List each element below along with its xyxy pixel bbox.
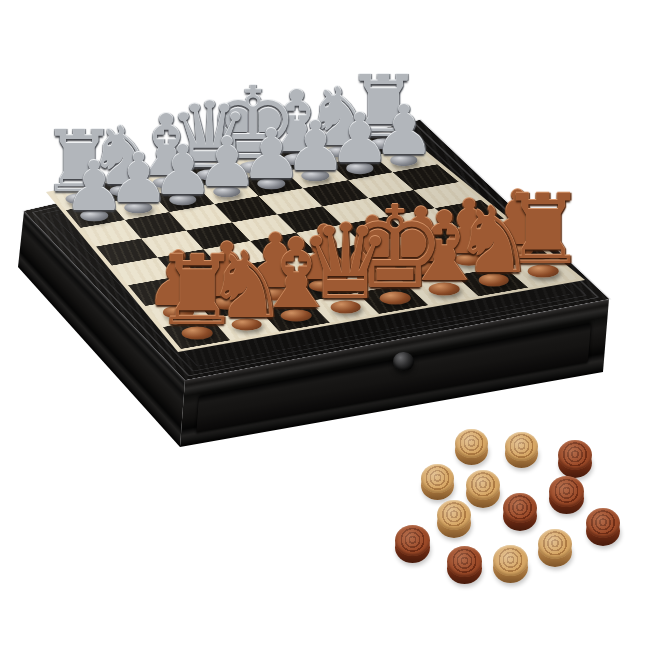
- drawer-knob: [393, 352, 414, 372]
- checker-top: [437, 500, 471, 530]
- checker-light: [421, 464, 454, 500]
- checker-light: [505, 432, 538, 468]
- checker-top: [549, 476, 584, 507]
- checker-top: [455, 429, 488, 458]
- checker-light: [466, 470, 500, 507]
- checker-dark: [549, 476, 584, 515]
- product-photo-stage: ♜♞♝♛♚♝♞♜♟♟♟♟♟♟♟♟♟♟♟♟♟♟♟♟♜♞♝♛♚♝♞♜: [0, 0, 660, 660]
- checker-top: [447, 546, 482, 577]
- checker-top: [421, 464, 454, 493]
- piece-glyph: ♜: [154, 244, 240, 340]
- checker-dark: [586, 508, 620, 545]
- checker-top: [466, 470, 500, 500]
- checker-dark: [503, 493, 537, 530]
- checker-top: [503, 493, 537, 523]
- checker-light: [538, 529, 572, 566]
- piece-glyph: ♟: [63, 152, 125, 221]
- checker-top: [505, 432, 538, 461]
- checker-top: [558, 440, 592, 470]
- checker-light: [455, 429, 488, 465]
- checker-top: [586, 508, 620, 538]
- checker-light: [493, 545, 528, 584]
- checker-light: [437, 500, 471, 537]
- checker-dark: [395, 525, 430, 564]
- checker-dark: [558, 440, 592, 477]
- checker-top: [538, 529, 572, 559]
- checker-top: [493, 545, 528, 576]
- checker-dark: [447, 546, 482, 585]
- checker-top: [395, 525, 430, 556]
